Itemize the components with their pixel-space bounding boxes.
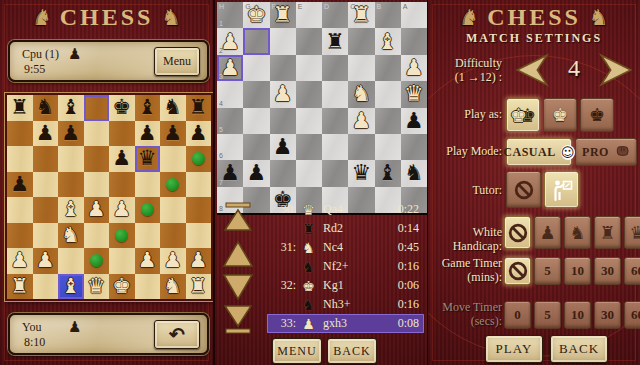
square-h3[interactable] xyxy=(186,223,212,249)
square-b1[interactable]: B xyxy=(375,2,401,28)
square-g4[interactable] xyxy=(243,81,269,107)
black-pawn: ♟ xyxy=(243,160,269,186)
square-a4[interactable]: ♛ xyxy=(401,81,427,107)
black-rook: ♜ xyxy=(7,95,33,121)
square-a1[interactable]: A xyxy=(401,2,427,28)
square-h6[interactable]: 6 xyxy=(217,134,243,160)
white-queen-icon: ♛ xyxy=(300,203,317,217)
review-menu-button[interactable]: MENU xyxy=(272,338,322,364)
white-pawn: ♟ xyxy=(401,55,427,81)
move-number: 31: xyxy=(272,240,296,255)
file-label: B xyxy=(377,3,382,10)
review-panel: H1G♚F♜EDC♜BA2♟♜♝3♟♟4♟♞♛5♟♟6♟7♟♟♛♝♞8♚ 30:… xyxy=(213,0,427,365)
square-e5[interactable] xyxy=(109,172,135,198)
square-g1[interactable]: G♚ xyxy=(243,2,269,28)
white-pawn: ♟ xyxy=(7,248,33,274)
square-h1[interactable]: H1 xyxy=(217,2,243,28)
move-timer-5-option[interactable]: 5 xyxy=(534,301,561,329)
white-pawn: ♟ xyxy=(135,248,161,274)
rank-label: 1 xyxy=(219,20,223,27)
square-f7[interactable] xyxy=(270,160,296,186)
square-h7[interactable]: 7♟ xyxy=(217,160,243,186)
square-f5[interactable] xyxy=(270,108,296,134)
square-d7[interactable] xyxy=(84,121,110,147)
black-queen: ♛ xyxy=(348,160,374,186)
play-button[interactable]: PLAY xyxy=(485,335,543,363)
square-h7[interactable]: ♟ xyxy=(186,121,212,147)
player-name: You xyxy=(22,320,41,335)
black-knight: ♞ xyxy=(401,160,427,186)
square-e3[interactable] xyxy=(296,55,322,81)
move-timer-label: Move Timer(secs): xyxy=(428,300,502,328)
move-san: Qa4 xyxy=(323,202,387,217)
review-chess-board[interactable]: H1G♚F♜EDC♜BA2♟♜♝3♟♟4♟♞♛5♟♟6♟7♟♟♛♝♞8♚ xyxy=(217,2,427,215)
square-g1[interactable]: ♞ xyxy=(160,274,186,300)
white-bishop: ♝ xyxy=(58,197,84,223)
no-entry-icon xyxy=(507,222,529,244)
timer-value: 60 xyxy=(631,263,640,279)
square-b5[interactable] xyxy=(375,108,401,134)
step-forward-button[interactable] xyxy=(221,272,255,302)
square-c4[interactable]: ♞ xyxy=(348,81,374,107)
square-c5[interactable]: ♟ xyxy=(348,108,374,134)
play-as-both-kings-option[interactable]: ♚♚ xyxy=(506,98,540,132)
game-timer-options: 5103060 xyxy=(504,257,640,285)
square-d5[interactable] xyxy=(84,172,110,198)
square-c1[interactable]: ♝ xyxy=(58,274,84,300)
white-knight: ♞ xyxy=(160,274,186,300)
tutor-no-entry-option[interactable] xyxy=(506,171,541,208)
difficulty-increase-button[interactable] xyxy=(598,52,634,88)
handicap-knight-option[interactable]: ♞ xyxy=(564,216,591,249)
square-d2[interactable]: ♜ xyxy=(322,28,348,54)
square-e2[interactable] xyxy=(109,248,135,274)
white-rook: ♜ xyxy=(270,2,296,28)
rank-label: 6 xyxy=(219,152,223,159)
square-g3[interactable] xyxy=(243,55,269,81)
square-a2[interactable]: ♟ xyxy=(7,248,33,274)
square-f2[interactable] xyxy=(270,28,296,54)
player-clock: 8:10 xyxy=(24,335,45,350)
black-king-icon: ♚ xyxy=(589,106,605,124)
white-knight: ♞ xyxy=(348,81,374,107)
timer-value: 5 xyxy=(544,307,551,323)
handicap-label: White Handicap: xyxy=(428,225,502,253)
main-chess-board[interactable]: ♜♞♝♚♝♞♜♟♟♟♟♟♟♛♟♝♟♟♞♟♟♟♟♟♜♝♛♚♞♜ xyxy=(5,93,213,301)
square-a6[interactable] xyxy=(401,134,427,160)
back-button[interactable]: BACK xyxy=(550,335,608,363)
square-h5[interactable]: 5 xyxy=(217,108,243,134)
both-kings-icon: ♚♚ xyxy=(510,104,536,126)
white-knight-icon: ♞ xyxy=(300,241,317,255)
move-row-Rd2[interactable]: ♜Rd20:14 xyxy=(267,219,424,238)
move-row-Kg1[interactable]: 32:♚Kg10:06 xyxy=(267,276,424,295)
square-b7[interactable]: ♟ xyxy=(33,121,59,147)
move-row-Qa4[interactable]: 30:♛Qa40:22 xyxy=(267,200,424,219)
no-entry-icon xyxy=(507,260,529,282)
square-d3[interactable] xyxy=(322,55,348,81)
white-pawn: ♟ xyxy=(217,55,243,81)
square-h4[interactable] xyxy=(186,197,212,223)
move-san: Nh3+ xyxy=(323,297,387,312)
game-timer-5-option[interactable]: 5 xyxy=(534,257,561,285)
square-f8[interactable]: ♝ xyxy=(135,95,161,121)
timer-value: 30 xyxy=(601,263,614,279)
square-f3[interactable] xyxy=(270,55,296,81)
move-time: 0:06 xyxy=(387,278,419,293)
square-e7[interactable] xyxy=(296,160,322,186)
square-c4[interactable]: ♝ xyxy=(58,197,84,223)
square-g5[interactable] xyxy=(243,108,269,134)
go-to-end-button[interactable] xyxy=(221,304,255,334)
square-h3[interactable]: 3♟ xyxy=(217,55,243,81)
square-a3[interactable] xyxy=(7,223,33,249)
move-timer-0-option[interactable]: 0 xyxy=(504,301,531,329)
legal-move-dot xyxy=(90,254,103,267)
legal-move-dot xyxy=(115,229,128,242)
square-f3[interactable] xyxy=(135,223,161,249)
move-time: 0:45 xyxy=(387,240,419,255)
square-a1[interactable]: ♜ xyxy=(7,274,33,300)
legal-move-dot xyxy=(166,178,179,191)
play-as-label: Play as: xyxy=(428,107,502,121)
square-c3[interactable] xyxy=(348,55,374,81)
square-h1[interactable]: ♜ xyxy=(186,274,212,300)
square-h4[interactable]: 4 xyxy=(217,81,243,107)
play-as-white-king-option[interactable]: ♚ xyxy=(543,98,577,132)
settings-title: CHESS xyxy=(487,4,581,31)
timer-value: 30 xyxy=(601,307,614,323)
black-king: ♚ xyxy=(109,95,135,121)
square-e3[interactable] xyxy=(109,223,135,249)
timer-value: 5 xyxy=(544,263,551,279)
queen-icon: ♛ xyxy=(629,224,640,242)
black-knight: ♞ xyxy=(33,95,59,121)
square-f6[interactable]: ♟ xyxy=(270,134,296,160)
move-san: Nc4 xyxy=(323,240,387,255)
square-d6[interactable] xyxy=(322,134,348,160)
square-f4[interactable]: ♟ xyxy=(270,81,296,107)
square-a5[interactable]: ♟ xyxy=(7,172,33,198)
settings-subtitle: MATCH SETTINGS xyxy=(428,31,640,46)
file-label: H xyxy=(219,3,224,10)
opponent-pawn-icon: ♟ xyxy=(68,45,81,63)
square-a5[interactable]: ♟ xyxy=(401,108,427,134)
black-knight-icon: ♞ xyxy=(300,260,317,274)
move-time: 0:14 xyxy=(387,221,419,236)
square-e7[interactable] xyxy=(109,121,135,147)
black-pawn: ♟ xyxy=(217,160,243,186)
play-as-options: ♚♚♚♚ xyxy=(506,98,614,132)
square-a3[interactable]: ♟ xyxy=(401,55,427,81)
black-pawn: ♟ xyxy=(135,121,161,147)
square-d7[interactable] xyxy=(322,160,348,186)
black-rook-icon: ♜ xyxy=(300,222,317,236)
square-d3[interactable] xyxy=(84,223,110,249)
knight-ornament-right-icon: ♞ xyxy=(161,5,181,30)
file-label: A xyxy=(403,3,408,10)
white-rook: ♜ xyxy=(7,274,33,300)
white-king: ♚ xyxy=(109,274,135,300)
white-queen: ♛ xyxy=(84,274,110,300)
casual-label: CASUAL xyxy=(503,145,555,160)
handicap-queen-option[interactable]: ♛ xyxy=(624,216,640,249)
square-c1[interactable]: C♜ xyxy=(348,2,374,28)
teacher-icon xyxy=(550,178,574,202)
square-g7[interactable]: ♟ xyxy=(243,160,269,186)
square-d4[interactable]: ♟ xyxy=(84,197,110,223)
white-queen: ♛ xyxy=(401,81,427,107)
white-knight: ♞ xyxy=(58,223,84,249)
tutor-teacher-option[interactable] xyxy=(544,171,579,208)
square-d4[interactable] xyxy=(322,81,348,107)
step-back-button[interactable] xyxy=(221,239,255,269)
square-e5[interactable] xyxy=(296,108,322,134)
square-c6[interactable] xyxy=(348,134,374,160)
white-bishop: ♝ xyxy=(58,274,84,300)
square-c7[interactable]: ♟ xyxy=(58,121,84,147)
app-title: CHESS xyxy=(60,4,154,31)
move-number: 32: xyxy=(272,278,296,293)
square-b2[interactable]: ♝ xyxy=(375,28,401,54)
square-g8[interactable]: ♞ xyxy=(160,95,186,121)
square-f4[interactable] xyxy=(135,197,161,223)
square-e6[interactable] xyxy=(296,134,322,160)
white-bishop: ♝ xyxy=(375,28,401,54)
move-row-Nh3+[interactable]: ♞Nh3+0:16 xyxy=(267,295,424,314)
square-h5[interactable] xyxy=(186,172,212,198)
move-san: gxh3 xyxy=(323,316,387,331)
handicap-pawn-option[interactable]: ♟ xyxy=(534,216,561,249)
square-f5[interactable] xyxy=(135,172,161,198)
square-d1[interactable]: ♛ xyxy=(84,274,110,300)
white-pawn: ♟ xyxy=(270,81,296,107)
move-timer-options: 05103060 xyxy=(504,301,640,329)
move-row-Nc4[interactable]: 31:♞Nc40:45 xyxy=(267,238,424,257)
square-e1[interactable]: ♚ xyxy=(109,274,135,300)
black-pawn: ♟ xyxy=(186,121,212,147)
square-g6[interactable] xyxy=(160,146,186,172)
go-to-start-button[interactable] xyxy=(221,202,255,232)
timer-value: 10 xyxy=(571,263,584,279)
white-pawn: ♟ xyxy=(348,108,374,134)
difficulty-label: Difficulty(1 →12) : xyxy=(428,56,502,84)
move-number: 30: xyxy=(272,202,296,217)
square-g4[interactable] xyxy=(160,197,186,223)
black-rook: ♜ xyxy=(322,28,348,54)
square-d8[interactable] xyxy=(84,95,110,121)
move-row-gxh3[interactable]: 33:♟gxh30:08 xyxy=(267,314,424,333)
move-time: 0:22 xyxy=(387,202,419,217)
tutor-options xyxy=(506,171,579,208)
square-g2[interactable]: ♟ xyxy=(160,248,186,274)
move-number: 33: xyxy=(272,316,296,331)
square-d1[interactable]: D xyxy=(322,2,348,28)
square-g6[interactable] xyxy=(243,134,269,160)
undo-icon: ↶ xyxy=(169,323,185,346)
square-c3[interactable]: ♞ xyxy=(58,223,84,249)
square-b4[interactable] xyxy=(33,197,59,223)
white-pawn: ♟ xyxy=(186,248,212,274)
square-h2[interactable]: ♟ xyxy=(186,248,212,274)
settings-header: ♞ CHESS ♞ xyxy=(428,1,640,33)
opponent-name: Cpu (1) xyxy=(22,47,59,62)
move-san: Nf2+ xyxy=(323,259,387,274)
square-b3[interactable] xyxy=(375,55,401,81)
casual-mode-button[interactable]: CASUAL ☺ xyxy=(506,138,572,166)
square-c2[interactable] xyxy=(58,248,84,274)
tutor-label: Tutor: xyxy=(428,183,502,197)
square-e4[interactable]: ♟ xyxy=(109,197,135,223)
move-time: 0:16 xyxy=(387,259,419,274)
black-bishop: ♝ xyxy=(375,160,401,186)
black-pawn: ♟ xyxy=(109,146,135,172)
review-back-button[interactable]: BACK xyxy=(327,338,377,364)
app-header: ♞ CHESS ♞ xyxy=(0,1,213,33)
move-time: 0:16 xyxy=(387,297,419,312)
rook-icon: ♜ xyxy=(599,224,615,242)
square-b7[interactable]: ♝ xyxy=(375,160,401,186)
square-a6[interactable] xyxy=(7,146,33,172)
difficulty-decrease-button[interactable] xyxy=(514,52,550,88)
opponent-bar: Cpu (1) ♟ 9:55 Menu xyxy=(8,40,209,82)
square-b1[interactable] xyxy=(33,274,59,300)
white-rook: ♜ xyxy=(348,2,374,28)
square-c7[interactable]: ♛ xyxy=(348,160,374,186)
handicap-options: ♟♞♜♛ xyxy=(504,216,640,249)
pro-mode-button[interactable]: PRO xyxy=(575,138,637,166)
square-b8[interactable]: ♞ xyxy=(33,95,59,121)
square-g3[interactable] xyxy=(160,223,186,249)
move-timer-10-option[interactable]: 10 xyxy=(564,301,591,329)
timer-value: 60 xyxy=(631,307,640,323)
square-c5[interactable] xyxy=(58,172,84,198)
square-e1[interactable]: E xyxy=(296,2,322,28)
square-c6[interactable] xyxy=(58,146,84,172)
file-label: D xyxy=(324,3,329,10)
black-rook: ♜ xyxy=(186,95,212,121)
square-b4[interactable] xyxy=(375,81,401,107)
fist-icon xyxy=(614,142,630,162)
handicap-no-entry-option[interactable] xyxy=(504,216,531,249)
square-b5[interactable] xyxy=(33,172,59,198)
square-d2[interactable] xyxy=(84,248,110,274)
move-san: Kg1 xyxy=(323,278,387,293)
square-a7[interactable]: ♞ xyxy=(401,160,427,186)
square-c2[interactable] xyxy=(348,28,374,54)
black-knight: ♞ xyxy=(160,95,186,121)
timer-value: 0 xyxy=(514,307,521,323)
square-e6[interactable]: ♟ xyxy=(109,146,135,172)
black-knight-icon: ♞ xyxy=(300,298,317,312)
black-pawn: ♟ xyxy=(33,121,59,147)
handicap-rook-option[interactable]: ♜ xyxy=(594,216,621,249)
smiley-icon: ☺ xyxy=(561,145,575,160)
black-bishop: ♝ xyxy=(58,95,84,121)
knight-ornament-left-icon: ♞ xyxy=(459,5,479,30)
square-f2[interactable]: ♟ xyxy=(135,248,161,274)
square-g5[interactable] xyxy=(160,172,186,198)
square-d5[interactable] xyxy=(322,108,348,134)
play-mode-label: Play Mode: xyxy=(428,144,502,158)
square-a7[interactable] xyxy=(7,121,33,147)
black-pawn: ♟ xyxy=(160,121,186,147)
chess-app: ♞ CHESS ♞ Cpu (1) ♟ 9:55 Menu ♜♞♝♚♝♞♜♟♟♟… xyxy=(0,0,640,365)
play-as-black-king-option[interactable]: ♚ xyxy=(580,98,614,132)
file-label: E xyxy=(298,3,303,10)
white-pawn: ♟ xyxy=(109,197,135,223)
square-g7[interactable]: ♟ xyxy=(160,121,186,147)
black-bishop: ♝ xyxy=(135,95,161,121)
undo-button[interactable]: ↶ xyxy=(154,320,200,349)
square-c8[interactable]: ♝ xyxy=(58,95,84,121)
move-timer-30-option[interactable]: 30 xyxy=(594,301,621,329)
white-king-icon: ♚ xyxy=(552,106,568,124)
game-timer-30-option[interactable]: 30 xyxy=(594,257,621,285)
legal-move-dot xyxy=(192,152,205,165)
square-e2[interactable] xyxy=(296,28,322,54)
square-a4[interactable] xyxy=(7,197,33,223)
square-b6[interactable] xyxy=(33,146,59,172)
square-b2[interactable]: ♟ xyxy=(33,248,59,274)
white-pawn: ♟ xyxy=(217,28,243,54)
square-h2[interactable]: 2♟ xyxy=(217,28,243,54)
game-timer-no-entry-option[interactable] xyxy=(504,257,531,285)
square-f1[interactable] xyxy=(135,274,161,300)
difficulty-value: 4 xyxy=(552,55,596,82)
move-time: 0:08 xyxy=(387,316,419,331)
square-b3[interactable] xyxy=(33,223,59,249)
square-e4[interactable] xyxy=(296,81,322,107)
no-entry-icon xyxy=(513,179,535,201)
square-f6[interactable]: ♛ xyxy=(135,146,161,172)
white-pawn-icon: ♟ xyxy=(300,317,317,331)
game-timer-60-option[interactable]: 60 xyxy=(624,257,640,285)
square-f1[interactable]: F♜ xyxy=(270,2,296,28)
square-a2[interactable] xyxy=(401,28,427,54)
rank-label: 5 xyxy=(219,126,223,133)
rank-label: 4 xyxy=(219,100,223,107)
knight-icon: ♞ xyxy=(569,224,585,242)
black-pawn: ♟ xyxy=(270,134,296,160)
square-e8[interactable]: ♚ xyxy=(109,95,135,121)
white-rook: ♜ xyxy=(186,274,212,300)
move-timer-60-option[interactable]: 60 xyxy=(624,301,640,329)
square-h6[interactable] xyxy=(186,146,212,172)
white-pawn: ♟ xyxy=(84,197,110,223)
square-d6[interactable] xyxy=(84,146,110,172)
opponent-clock: 9:55 xyxy=(24,62,45,77)
game-panel: ♞ CHESS ♞ Cpu (1) ♟ 9:55 Menu ♜♞♝♚♝♞♜♟♟♟… xyxy=(0,0,213,365)
game-timer-10-option[interactable]: 10 xyxy=(564,257,591,285)
timer-value: 10 xyxy=(571,307,584,323)
black-queen: ♛ xyxy=(135,146,161,172)
square-b6[interactable] xyxy=(375,134,401,160)
legal-move-dot xyxy=(141,203,154,216)
white-pawn: ♟ xyxy=(160,248,186,274)
square-f7[interactable]: ♟ xyxy=(135,121,161,147)
game-timer-label: Game Timer(mins): xyxy=(428,256,502,284)
square-a8[interactable]: ♜ xyxy=(7,95,33,121)
menu-button[interactable]: Menu xyxy=(154,47,200,76)
square-g2[interactable] xyxy=(243,28,269,54)
move-list: 30:♛Qa40:22♜Rd20:1431:♞Nc40:45♞Nf2+0:163… xyxy=(267,200,424,333)
move-row-Nf2+[interactable]: ♞Nf2+0:16 xyxy=(267,257,424,276)
pawn-icon: ♟ xyxy=(539,224,555,242)
black-pawn: ♟ xyxy=(401,108,427,134)
square-h8[interactable]: ♜ xyxy=(186,95,212,121)
knight-ornament-left-icon: ♞ xyxy=(32,5,52,30)
